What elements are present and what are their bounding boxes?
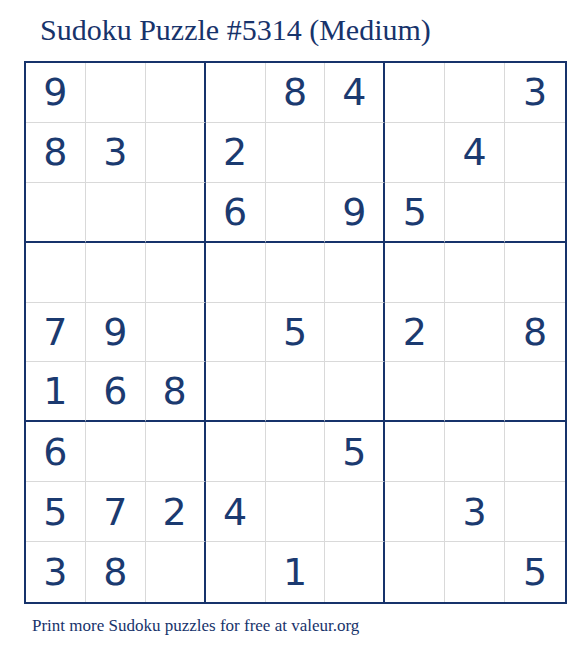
cell-r1c9[interactable]: 3 — [505, 63, 565, 123]
cell-r8c4[interactable]: 4 — [206, 482, 266, 542]
cell-r7c5[interactable] — [266, 422, 326, 482]
cell-r4c1[interactable] — [26, 243, 86, 303]
cell-r7c3[interactable] — [146, 422, 206, 482]
cell-r2c6[interactable] — [325, 123, 385, 183]
cell-r9c2[interactable]: 8 — [86, 542, 146, 602]
cell-r1c7[interactable] — [385, 63, 445, 123]
cell-r2c9[interactable] — [505, 123, 565, 183]
cell-r6c7[interactable] — [385, 362, 445, 422]
cell-r8c9[interactable] — [505, 482, 565, 542]
cell-r2c4[interactable]: 2 — [206, 123, 266, 183]
cell-r8c1[interactable]: 5 — [26, 482, 86, 542]
cell-r6c1[interactable]: 1 — [26, 362, 86, 422]
cell-r3c8[interactable] — [445, 183, 505, 243]
cell-r2c1[interactable]: 8 — [26, 123, 86, 183]
cell-r5c1[interactable]: 7 — [26, 303, 86, 363]
cell-r2c3[interactable] — [146, 123, 206, 183]
cell-r7c1[interactable]: 6 — [26, 422, 86, 482]
cell-r9c5[interactable]: 1 — [266, 542, 326, 602]
cell-r6c5[interactable] — [266, 362, 326, 422]
cell-r1c4[interactable] — [206, 63, 266, 123]
cell-r4c4[interactable] — [206, 243, 266, 303]
cell-r6c2[interactable]: 6 — [86, 362, 146, 422]
cell-r9c7[interactable] — [385, 542, 445, 602]
cell-r3c1[interactable] — [26, 183, 86, 243]
sudoku-page: Sudoku Puzzle #5314 (Medium) 98438324695… — [0, 0, 574, 651]
cell-r8c8[interactable]: 3 — [445, 482, 505, 542]
cell-r5c9[interactable]: 8 — [505, 303, 565, 363]
cell-r4c2[interactable] — [86, 243, 146, 303]
cell-r1c2[interactable] — [86, 63, 146, 123]
cell-r4c9[interactable] — [505, 243, 565, 303]
sudoku-board: 984383246957952816865572433815 — [24, 61, 567, 604]
cell-r7c7[interactable] — [385, 422, 445, 482]
cell-r3c6[interactable]: 9 — [325, 183, 385, 243]
cell-r9c8[interactable] — [445, 542, 505, 602]
cell-r5c5[interactable]: 5 — [266, 303, 326, 363]
cell-r7c6[interactable]: 5 — [325, 422, 385, 482]
cell-r8c5[interactable] — [266, 482, 326, 542]
cell-r5c8[interactable] — [445, 303, 505, 363]
cell-r1c8[interactable] — [445, 63, 505, 123]
cell-r9c3[interactable] — [146, 542, 206, 602]
cell-r4c6[interactable] — [325, 243, 385, 303]
cell-r4c5[interactable] — [266, 243, 326, 303]
cell-r8c2[interactable]: 7 — [86, 482, 146, 542]
cell-r5c2[interactable]: 9 — [86, 303, 146, 363]
cell-r6c4[interactable] — [206, 362, 266, 422]
cell-r7c4[interactable] — [206, 422, 266, 482]
cell-r9c6[interactable] — [325, 542, 385, 602]
cell-r2c5[interactable] — [266, 123, 326, 183]
cell-r2c8[interactable]: 4 — [445, 123, 505, 183]
cell-r3c9[interactable] — [505, 183, 565, 243]
cell-r5c3[interactable] — [146, 303, 206, 363]
cell-r9c9[interactable]: 5 — [505, 542, 565, 602]
cell-r2c7[interactable] — [385, 123, 445, 183]
cell-r2c2[interactable]: 3 — [86, 123, 146, 183]
cell-r8c6[interactable] — [325, 482, 385, 542]
cell-r9c4[interactable] — [206, 542, 266, 602]
cell-r5c4[interactable] — [206, 303, 266, 363]
cell-r7c9[interactable] — [505, 422, 565, 482]
cell-r5c6[interactable] — [325, 303, 385, 363]
footer-text: Print more Sudoku puzzles for free at va… — [32, 615, 359, 637]
cell-r1c5[interactable]: 8 — [266, 63, 326, 123]
cell-r8c7[interactable] — [385, 482, 445, 542]
cell-r1c6[interactable]: 4 — [325, 63, 385, 123]
cell-r1c3[interactable] — [146, 63, 206, 123]
cell-r4c7[interactable] — [385, 243, 445, 303]
cell-r3c2[interactable] — [86, 183, 146, 243]
cell-r7c2[interactable] — [86, 422, 146, 482]
cell-r6c6[interactable] — [325, 362, 385, 422]
cell-r8c3[interactable]: 2 — [146, 482, 206, 542]
cell-r3c7[interactable]: 5 — [385, 183, 445, 243]
cell-r4c3[interactable] — [146, 243, 206, 303]
cell-r5c7[interactable]: 2 — [385, 303, 445, 363]
page-title: Sudoku Puzzle #5314 (Medium) — [40, 12, 431, 48]
cell-r3c3[interactable] — [146, 183, 206, 243]
cell-r1c1[interactable]: 9 — [26, 63, 86, 123]
cell-r3c5[interactable] — [266, 183, 326, 243]
cell-r6c8[interactable] — [445, 362, 505, 422]
cell-r6c9[interactable] — [505, 362, 565, 422]
cell-r9c1[interactable]: 3 — [26, 542, 86, 602]
cell-r4c8[interactable] — [445, 243, 505, 303]
cell-r3c4[interactable]: 6 — [206, 183, 266, 243]
cell-r7c8[interactable] — [445, 422, 505, 482]
cell-r6c3[interactable]: 8 — [146, 362, 206, 422]
